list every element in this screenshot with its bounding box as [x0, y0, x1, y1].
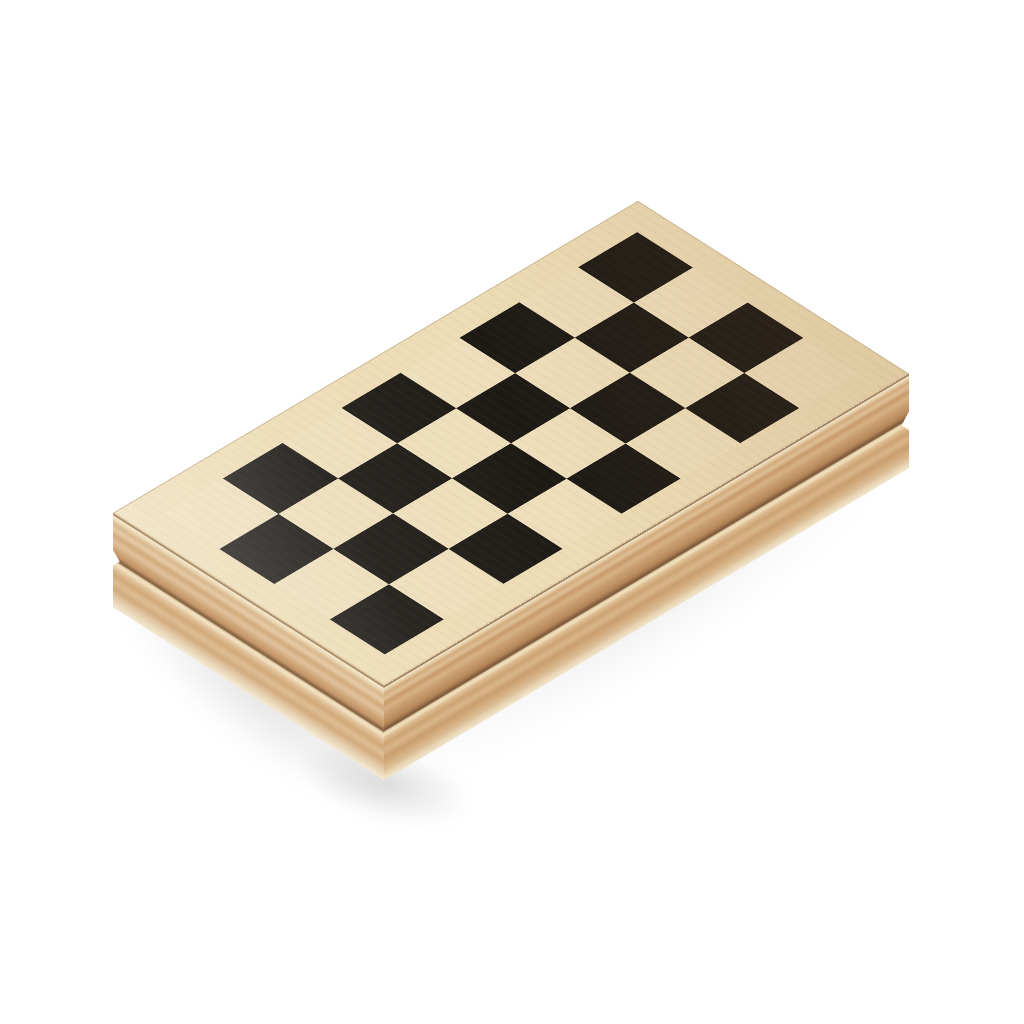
board-square-c2r4: [389, 549, 503, 619]
board-square-c1r2: [219, 514, 333, 584]
photo-stage: [0, 0, 1024, 1024]
board-square-c3r4: [448, 514, 562, 584]
board-square-c2r3: [334, 514, 448, 584]
board-square-c1r3: [274, 549, 388, 619]
chessboard-box: [113, 201, 909, 686]
board-square-c1r4: [330, 584, 444, 654]
checkerboard-grid: [164, 232, 858, 654]
